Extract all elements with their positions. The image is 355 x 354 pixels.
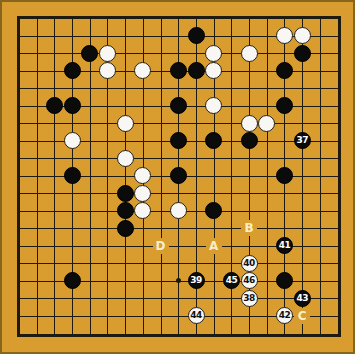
grid-cell xyxy=(250,159,268,177)
black-stone xyxy=(188,27,205,44)
grid-cell xyxy=(20,264,38,282)
black-stone xyxy=(81,45,98,62)
star-point xyxy=(176,278,181,283)
grid-cell xyxy=(232,177,250,195)
black-stone xyxy=(276,272,293,289)
letter-label-C: C xyxy=(294,308,310,324)
grid-cell xyxy=(303,212,321,230)
grid-cell xyxy=(215,159,233,177)
grid-cell xyxy=(91,247,109,265)
grid-cell xyxy=(285,194,303,212)
grid-cell xyxy=(144,89,162,107)
letter-label-D: D xyxy=(153,238,169,254)
letter-label-B: B xyxy=(241,220,257,236)
grid-cell xyxy=(55,212,73,230)
grid-cell xyxy=(20,282,38,300)
move-stone-46: 46 xyxy=(241,272,258,289)
grid-cell xyxy=(73,247,91,265)
move-stone-44: 44 xyxy=(188,307,205,324)
letter-label-A: A xyxy=(206,238,222,254)
black-stone xyxy=(64,272,81,289)
white-stone xyxy=(205,45,222,62)
grid-cell xyxy=(179,229,197,247)
grid-cell xyxy=(91,264,109,282)
grid-cell xyxy=(144,107,162,125)
grid-cell xyxy=(303,264,321,282)
black-stone xyxy=(170,167,187,184)
grid-cell xyxy=(126,299,144,317)
black-stone xyxy=(64,97,81,114)
grid-cell xyxy=(55,37,73,55)
grid-cell xyxy=(303,194,321,212)
grid-cell xyxy=(268,142,286,160)
grid-cell xyxy=(108,317,126,335)
grid-cell xyxy=(20,54,38,72)
grid-cell xyxy=(73,194,91,212)
grid-cell xyxy=(162,282,180,300)
move-stone-39: 39 xyxy=(188,272,205,289)
move-stone-45: 45 xyxy=(223,272,240,289)
grid-cell xyxy=(91,107,109,125)
black-stone xyxy=(241,132,258,149)
grid-cell xyxy=(38,194,56,212)
grid-cell xyxy=(20,194,38,212)
black-stone xyxy=(170,62,187,79)
grid-cell xyxy=(303,159,321,177)
black-stone xyxy=(46,97,63,114)
grid-cell xyxy=(73,299,91,317)
grid-cell xyxy=(38,72,56,90)
grid-cell xyxy=(321,142,339,160)
grid-cell xyxy=(303,229,321,247)
black-stone xyxy=(117,202,134,219)
black-stone xyxy=(170,132,187,149)
grid-cell xyxy=(38,37,56,55)
grid-cell xyxy=(38,212,56,230)
white-stone xyxy=(99,62,116,79)
grid-cell xyxy=(91,142,109,160)
grid-cell xyxy=(321,177,339,195)
grid-cell xyxy=(144,19,162,37)
white-stone xyxy=(241,115,258,132)
grid-cell xyxy=(20,124,38,142)
grid-cell xyxy=(144,299,162,317)
grid-cell xyxy=(215,317,233,335)
grid-cell xyxy=(285,212,303,230)
grid-cell xyxy=(38,159,56,177)
black-stone xyxy=(276,167,293,184)
grid-cell xyxy=(91,89,109,107)
white-stone xyxy=(117,115,134,132)
grid-cell xyxy=(91,177,109,195)
grid-cell xyxy=(321,299,339,317)
move-stone-43: 43 xyxy=(294,290,311,307)
grid-cell xyxy=(215,19,233,37)
grid-cell xyxy=(55,299,73,317)
grid-cell xyxy=(73,19,91,37)
grid-cell xyxy=(20,247,38,265)
grid-cell xyxy=(321,89,339,107)
grid-cell xyxy=(73,317,91,335)
grid-cell xyxy=(126,37,144,55)
grid-cell xyxy=(55,229,73,247)
grid-cell xyxy=(91,212,109,230)
grid-cell xyxy=(38,299,56,317)
grid-cell xyxy=(321,107,339,125)
grid-cell xyxy=(20,19,38,37)
go-board-diagram: 37383940414243444546ABCD xyxy=(0,0,355,354)
grid-cell xyxy=(126,264,144,282)
grid-cell xyxy=(250,19,268,37)
move-stone-37: 37 xyxy=(294,132,311,149)
grid-cell xyxy=(108,264,126,282)
grid-cell xyxy=(321,212,339,230)
grid-cell xyxy=(250,194,268,212)
grid-cell xyxy=(162,317,180,335)
grid-cell xyxy=(108,247,126,265)
grid-cell xyxy=(20,317,38,335)
grid-cell xyxy=(55,247,73,265)
grid-cell xyxy=(162,299,180,317)
black-stone xyxy=(276,97,293,114)
grid-cell xyxy=(126,317,144,335)
grid-cell xyxy=(38,264,56,282)
grid-cell xyxy=(321,19,339,37)
grid-cell xyxy=(20,177,38,195)
grid-cell xyxy=(321,229,339,247)
grid-cell xyxy=(20,89,38,107)
grid-cell xyxy=(38,282,56,300)
grid-cell xyxy=(321,37,339,55)
grid-cell xyxy=(38,19,56,37)
grid-cell xyxy=(321,124,339,142)
move-stone-38: 38 xyxy=(241,290,258,307)
white-stone xyxy=(294,27,311,44)
grid-cell xyxy=(144,264,162,282)
grid-cell xyxy=(73,212,91,230)
white-stone xyxy=(258,115,275,132)
grid-cell xyxy=(321,264,339,282)
grid-cell xyxy=(268,194,286,212)
grid-cell xyxy=(215,299,233,317)
white-stone xyxy=(117,150,134,167)
grid-cell xyxy=(179,247,197,265)
grid-cell xyxy=(232,19,250,37)
black-stone xyxy=(294,45,311,62)
black-stone xyxy=(117,185,134,202)
grid-cell xyxy=(321,247,339,265)
grid-cell xyxy=(91,194,109,212)
grid-cell xyxy=(38,177,56,195)
grid-cell xyxy=(91,19,109,37)
grid-cell xyxy=(303,177,321,195)
grid-cell xyxy=(38,124,56,142)
grid-cell xyxy=(20,72,38,90)
black-stone xyxy=(188,62,205,79)
grid-cell xyxy=(250,72,268,90)
black-stone xyxy=(64,167,81,184)
grid-cell xyxy=(268,212,286,230)
grid-cell xyxy=(20,37,38,55)
grid-cell xyxy=(108,19,126,37)
black-stone xyxy=(170,97,187,114)
move-stone-40: 40 xyxy=(241,255,258,272)
grid-cell xyxy=(303,107,321,125)
grid-cell xyxy=(250,89,268,107)
grid-cell xyxy=(20,212,38,230)
grid-cell xyxy=(38,54,56,72)
grid-cell xyxy=(144,282,162,300)
grid-cell xyxy=(232,317,250,335)
grid-cell xyxy=(55,19,73,37)
white-stone xyxy=(64,132,81,149)
grid-cell xyxy=(232,194,250,212)
grid-cell xyxy=(91,159,109,177)
black-stone xyxy=(117,220,134,237)
grid-cell xyxy=(144,142,162,160)
black-stone xyxy=(276,62,293,79)
grid-cell xyxy=(144,124,162,142)
grid-cell xyxy=(20,142,38,160)
white-stone xyxy=(241,45,258,62)
grid-cell xyxy=(20,107,38,125)
white-stone xyxy=(170,202,187,219)
grid-cell xyxy=(91,229,109,247)
grid-cell xyxy=(144,37,162,55)
grid-cell xyxy=(20,229,38,247)
grid-cell xyxy=(126,89,144,107)
grid-cell xyxy=(232,159,250,177)
white-stone xyxy=(276,27,293,44)
grid-cell xyxy=(321,282,339,300)
grid-cell xyxy=(303,89,321,107)
grid-cell xyxy=(20,299,38,317)
grid-cell xyxy=(38,247,56,265)
grid-cell xyxy=(303,247,321,265)
grid-cell xyxy=(321,317,339,335)
white-stone xyxy=(134,185,151,202)
grid-cell xyxy=(232,89,250,107)
grid-cell xyxy=(108,299,126,317)
white-stone xyxy=(99,45,116,62)
grid-cell xyxy=(321,159,339,177)
grid-cell xyxy=(20,159,38,177)
grid-cell xyxy=(144,317,162,335)
move-stone-41: 41 xyxy=(276,237,293,254)
grid-cell xyxy=(126,282,144,300)
grid-cell xyxy=(321,54,339,72)
grid-cell xyxy=(162,37,180,55)
grid-cell xyxy=(91,299,109,317)
grid-cell xyxy=(38,142,56,160)
grid-cell xyxy=(55,317,73,335)
grid-cell xyxy=(250,317,268,335)
grid-cell xyxy=(162,19,180,37)
grid-cell xyxy=(73,229,91,247)
grid-cell xyxy=(108,89,126,107)
grid-cell xyxy=(38,229,56,247)
grid-cell xyxy=(197,159,215,177)
grid-cell xyxy=(91,282,109,300)
grid-cell xyxy=(55,194,73,212)
grid-cell xyxy=(126,19,144,37)
grid-cell xyxy=(321,72,339,90)
black-stone xyxy=(64,62,81,79)
grid-cell xyxy=(91,317,109,335)
grid-cell xyxy=(303,72,321,90)
grid-cell xyxy=(321,194,339,212)
grid-cell xyxy=(250,177,268,195)
grid-cell xyxy=(126,247,144,265)
grid-cell xyxy=(38,317,56,335)
grid-cell xyxy=(215,177,233,195)
grid-cell xyxy=(232,72,250,90)
grid-cell xyxy=(108,282,126,300)
grid-cell xyxy=(197,177,215,195)
grid-cell xyxy=(91,124,109,142)
move-stone-42: 42 xyxy=(276,307,293,324)
